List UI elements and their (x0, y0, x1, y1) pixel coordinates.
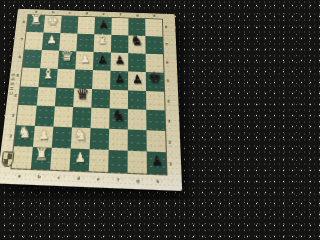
square-d7[interactable] (76, 34, 94, 52)
square-a5[interactable] (21, 67, 41, 86)
square-b3[interactable] (35, 106, 55, 127)
file-label: d (69, 176, 89, 181)
file-label: e (88, 177, 108, 182)
white-queen[interactable]: ♛ (61, 50, 74, 64)
square-h3[interactable] (146, 110, 165, 131)
square-e5[interactable] (92, 70, 110, 89)
square-g2[interactable] (128, 130, 147, 152)
white-knight[interactable]: ♞ (74, 127, 88, 143)
square-f2[interactable] (109, 129, 128, 151)
square-e6[interactable]: ♟ (93, 52, 111, 71)
black-pawn[interactable]: ♟ (131, 73, 142, 84)
white-pawn[interactable]: ♟ (74, 151, 86, 164)
file-labels-bottom: abcdefgh (9, 174, 167, 185)
file-label: a (9, 174, 29, 179)
chess-board: abcdefgh abcdefgh 87654321 87654321 CHES… (0, 9, 182, 191)
white-rook[interactable]: ♜ (34, 146, 49, 163)
square-f7[interactable] (111, 35, 128, 53)
square-d8[interactable] (77, 17, 95, 34)
board-grid: ♜♚♟♟♝♞♛♟♟♟♝♟♟♚♛♞♞♟♞♜♟♟ (12, 15, 167, 174)
file-label: d (78, 12, 95, 16)
file-label: e (95, 12, 112, 16)
black-pawn[interactable]: ♟ (114, 72, 125, 83)
square-e1[interactable] (89, 149, 109, 172)
square-b8[interactable]: ♚ (43, 16, 61, 33)
white-rook[interactable]: ♜ (30, 14, 43, 27)
square-d4[interactable]: ♛ (73, 88, 92, 108)
square-c4[interactable] (55, 87, 74, 107)
rank-label: 7 (165, 36, 168, 54)
square-a8[interactable]: ♜ (27, 15, 45, 32)
square-f5[interactable]: ♟ (110, 70, 128, 89)
square-c6[interactable]: ♛ (58, 50, 77, 69)
black-king[interactable]: ♚ (148, 71, 162, 85)
square-e2[interactable] (90, 128, 109, 150)
square-b4[interactable] (37, 87, 57, 107)
rank-label: 4 (167, 91, 170, 111)
file-label: g (129, 13, 146, 17)
square-c1[interactable] (50, 148, 71, 171)
white-king[interactable]: ♚ (46, 15, 59, 28)
rank-label: 2 (168, 132, 172, 154)
rank-label: 1 (169, 153, 173, 175)
square-g5[interactable]: ♟ (128, 71, 146, 91)
rank-label: 6 (166, 54, 169, 73)
square-g6[interactable] (128, 53, 146, 72)
square-b7[interactable]: ♟ (42, 32, 61, 50)
file-label: f (108, 178, 128, 183)
file-label: f (112, 13, 129, 17)
square-a2[interactable]: ♞ (14, 125, 35, 147)
rank-label: 3 (167, 111, 171, 132)
square-a4[interactable] (18, 86, 38, 106)
square-f8[interactable] (111, 18, 128, 36)
square-d1[interactable]: ♟ (69, 149, 89, 172)
square-c2[interactable] (52, 127, 72, 149)
white-pawn[interactable]: ♟ (38, 128, 50, 141)
square-c5[interactable] (56, 68, 75, 87)
square-a1[interactable] (12, 146, 33, 169)
table-surface: { "game": "chess", "position": "RK2p3/1P… (0, 0, 200, 200)
square-g3[interactable] (128, 109, 147, 130)
square-d6[interactable]: ♟ (75, 51, 93, 70)
square-b5[interactable]: ♝ (38, 68, 57, 87)
square-a7[interactable] (25, 32, 44, 50)
black-knight[interactable]: ♞ (130, 35, 144, 48)
rank-label: 8 (164, 19, 167, 36)
square-d2[interactable]: ♞ (71, 128, 91, 150)
file-label: h (146, 14, 163, 18)
square-h7[interactable] (145, 36, 163, 54)
file-label: b (29, 175, 49, 180)
black-queen[interactable]: ♛ (76, 87, 90, 102)
white-pawn[interactable]: ♟ (46, 34, 57, 45)
square-c3[interactable] (53, 107, 73, 128)
square-c8[interactable] (60, 16, 78, 33)
file-label: g (128, 178, 148, 183)
square-g4[interactable] (128, 90, 146, 110)
square-f3[interactable]: ♞ (109, 109, 128, 130)
black-pawn[interactable]: ♟ (114, 54, 125, 65)
square-g1[interactable] (128, 151, 147, 174)
board-frame: ♜♚♟♟♝♞♛♟♟♟♝♟♟♚♛♞♞♟♞♜♟♟ (10, 14, 167, 175)
square-g7[interactable]: ♞ (128, 35, 145, 53)
black-knight[interactable]: ♞ (112, 108, 126, 123)
file-label: h (148, 179, 168, 184)
white-bishop[interactable]: ♝ (42, 67, 56, 81)
square-f6[interactable]: ♟ (111, 52, 129, 71)
square-a6[interactable] (23, 49, 42, 68)
black-pawn[interactable]: ♟ (98, 19, 108, 29)
square-b1[interactable]: ♜ (31, 147, 52, 170)
black-pawn[interactable]: ♟ (97, 54, 108, 65)
square-h2[interactable] (146, 130, 165, 152)
square-e7[interactable]: ♝ (94, 34, 112, 52)
white-pawn[interactable]: ♟ (79, 53, 89, 64)
square-h1[interactable]: ♟ (147, 152, 167, 175)
file-label: c (61, 11, 78, 15)
white-knight[interactable]: ♞ (17, 125, 32, 141)
square-h4[interactable] (146, 91, 165, 111)
square-h5[interactable]: ♚ (146, 72, 164, 92)
square-e4[interactable] (91, 89, 110, 109)
file-label: c (49, 175, 69, 180)
square-h8[interactable] (145, 19, 162, 37)
square-e3[interactable] (91, 108, 110, 129)
white-bishop[interactable]: ♝ (96, 33, 109, 46)
square-f1[interactable] (108, 150, 128, 173)
black-pawn[interactable]: ♟ (150, 154, 162, 167)
rank-label: 5 (166, 72, 169, 91)
